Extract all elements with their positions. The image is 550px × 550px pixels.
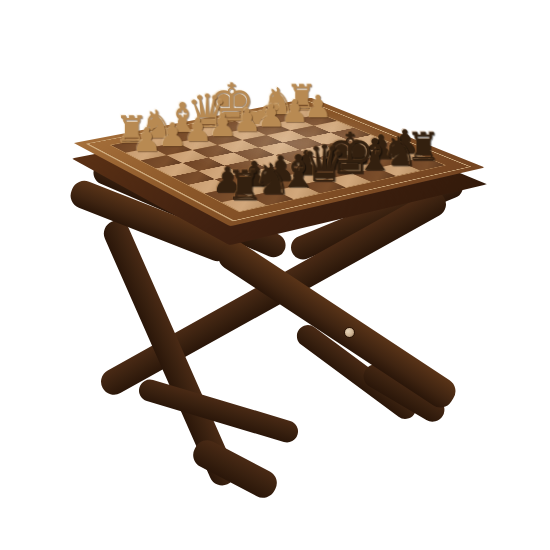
board-frame: ♜♞♝♛♚♝♞♜♟♟♟♟♟♟♟♟♟♟♟♟♟♟♟♟♜♞♝♛♚♝♞♜ (74, 98, 485, 226)
product-photo: ♜♞♝♛♚♝♞♜♟♟♟♟♟♟♟♟♟♟♟♟♟♟♟♟♜♞♝♛♚♝♞♜ (0, 0, 550, 550)
table-scene: ♜♞♝♛♚♝♞♜♟♟♟♟♟♟♟♟♟♟♟♟♟♟♟♟♜♞♝♛♚♝♞♜ (0, 0, 550, 550)
chess-table-top: ♜♞♝♛♚♝♞♜♟♟♟♟♟♟♟♟♟♟♟♟♟♟♟♟♜♞♝♛♚♝♞♜ (74, 98, 485, 226)
